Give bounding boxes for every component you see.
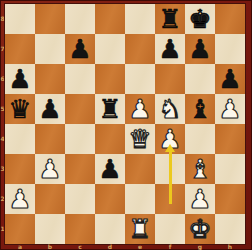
square-b5[interactable]: ♟	[35, 94, 65, 124]
square-h5[interactable]: ♟	[215, 94, 245, 124]
chess-board[interactable]: ♜♚♟♟♟♟♟♛♟♜♟♞♝♟♛♟♟♟♝♟♟♜♚	[5, 4, 245, 244]
square-e7[interactable]	[125, 34, 155, 64]
square-b6[interactable]	[35, 64, 65, 94]
square-b4[interactable]	[35, 124, 65, 154]
square-h3[interactable]	[215, 154, 245, 184]
square-b8[interactable]	[35, 4, 65, 34]
square-b2[interactable]	[35, 184, 65, 214]
piece-black-pawn[interactable]: ♟	[218, 64, 241, 94]
square-b1[interactable]	[35, 214, 65, 244]
chess-board-frame: 87654321 ♜♚♟♟♟♟♟♛♟♜♟♞♝♟♛♟♟♟♝♟♟♜♚ abcdefg…	[0, 0, 252, 250]
piece-black-pawn[interactable]: ♟	[8, 64, 31, 94]
file-label-g: g	[185, 244, 215, 250]
piece-white-pawn[interactable]: ♟	[188, 184, 211, 214]
square-a1[interactable]	[5, 214, 35, 244]
square-c1[interactable]	[65, 214, 95, 244]
square-a7[interactable]	[5, 34, 35, 64]
square-e5[interactable]: ♟	[125, 94, 155, 124]
square-d7[interactable]	[95, 34, 125, 64]
square-f8[interactable]: ♜	[155, 4, 185, 34]
piece-black-bishop[interactable]: ♝	[188, 94, 211, 124]
square-d2[interactable]	[95, 184, 125, 214]
square-e6[interactable]	[125, 64, 155, 94]
square-e1[interactable]: ♜	[125, 214, 155, 244]
square-c5[interactable]	[65, 94, 95, 124]
square-h7[interactable]	[215, 34, 245, 64]
file-label-b: b	[35, 244, 65, 250]
square-g5[interactable]: ♝	[185, 94, 215, 124]
square-f7[interactable]: ♟	[155, 34, 185, 64]
last-move-arrow-line	[169, 151, 172, 204]
square-a6[interactable]: ♟	[5, 64, 35, 94]
square-a8[interactable]	[5, 4, 35, 34]
piece-black-rook[interactable]: ♜	[158, 4, 181, 34]
square-g4[interactable]	[185, 124, 215, 154]
piece-black-king[interactable]: ♚	[188, 4, 211, 34]
piece-white-rook[interactable]: ♜	[128, 214, 151, 244]
square-g6[interactable]	[185, 64, 215, 94]
square-d3[interactable]: ♟	[95, 154, 125, 184]
file-label-e: e	[125, 244, 155, 250]
piece-black-rook[interactable]: ♜	[98, 94, 121, 124]
file-label-h: h	[215, 244, 245, 250]
square-c7[interactable]: ♟	[65, 34, 95, 64]
square-f1[interactable]	[155, 214, 185, 244]
square-f6[interactable]	[155, 64, 185, 94]
piece-white-bishop[interactable]: ♝	[188, 154, 211, 184]
square-c2[interactable]	[65, 184, 95, 214]
square-e2[interactable]	[125, 184, 155, 214]
square-d6[interactable]	[95, 64, 125, 94]
last-move-arrow-head	[165, 144, 175, 152]
square-e4[interactable]: ♛	[125, 124, 155, 154]
square-d5[interactable]: ♜	[95, 94, 125, 124]
square-d4[interactable]	[95, 124, 125, 154]
square-h8[interactable]	[215, 4, 245, 34]
file-label-f: f	[155, 244, 185, 250]
file-label-c: c	[65, 244, 95, 250]
square-a2[interactable]: ♟	[5, 184, 35, 214]
piece-black-pawn[interactable]: ♟	[98, 154, 121, 184]
square-c3[interactable]	[65, 154, 95, 184]
square-c4[interactable]	[65, 124, 95, 154]
square-h4[interactable]	[215, 124, 245, 154]
square-b7[interactable]	[35, 34, 65, 64]
square-g8[interactable]: ♚	[185, 4, 215, 34]
square-a5[interactable]: ♛	[5, 94, 35, 124]
square-f5[interactable]: ♞	[155, 94, 185, 124]
square-h6[interactable]: ♟	[215, 64, 245, 94]
file-label-d: d	[95, 244, 125, 250]
piece-white-pawn[interactable]: ♟	[38, 154, 61, 184]
square-h1[interactable]	[215, 214, 245, 244]
piece-black-queen[interactable]: ♛	[8, 94, 31, 124]
square-e8[interactable]	[125, 4, 155, 34]
piece-black-pawn[interactable]: ♟	[158, 34, 181, 64]
square-g7[interactable]: ♟	[185, 34, 215, 64]
square-g1[interactable]: ♚	[185, 214, 215, 244]
piece-white-king[interactable]: ♚	[188, 214, 211, 244]
piece-white-queen[interactable]: ♛	[128, 124, 151, 154]
piece-black-pawn[interactable]: ♟	[38, 94, 61, 124]
square-c6[interactable]	[65, 64, 95, 94]
piece-white-pawn[interactable]: ♟	[8, 184, 31, 214]
square-a4[interactable]	[5, 124, 35, 154]
file-labels: abcdefgh	[5, 244, 245, 250]
square-g2[interactable]: ♟	[185, 184, 215, 214]
piece-white-pawn[interactable]: ♟	[128, 94, 151, 124]
file-label-a: a	[5, 244, 35, 250]
square-e3[interactable]	[125, 154, 155, 184]
square-c8[interactable]	[65, 4, 95, 34]
piece-white-knight[interactable]: ♞	[158, 94, 181, 124]
square-g3[interactable]: ♝	[185, 154, 215, 184]
square-a3[interactable]	[5, 154, 35, 184]
square-d1[interactable]	[95, 214, 125, 244]
square-b3[interactable]: ♟	[35, 154, 65, 184]
piece-black-pawn[interactable]: ♟	[188, 34, 211, 64]
piece-white-pawn[interactable]: ♟	[218, 94, 241, 124]
square-h2[interactable]	[215, 184, 245, 214]
piece-black-pawn[interactable]: ♟	[68, 34, 91, 64]
square-d8[interactable]	[95, 4, 125, 34]
